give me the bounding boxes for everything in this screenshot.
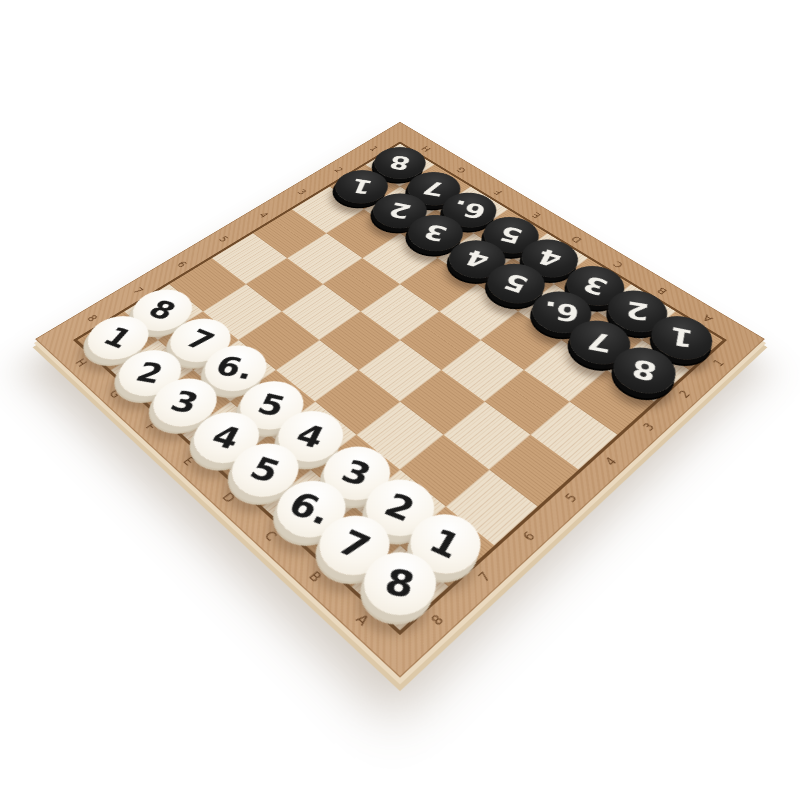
piece-number: 2	[132, 358, 167, 387]
piece-number: 5	[254, 389, 290, 421]
piece-number: 3	[166, 386, 203, 417]
piece-number: 7	[420, 177, 447, 199]
piece-number: 6.	[212, 352, 259, 383]
piece-number: 6.	[542, 297, 581, 325]
piece-number: 5	[499, 269, 532, 296]
piece-number: 1	[98, 322, 138, 352]
piece-number: 6.	[450, 197, 490, 222]
piece-number: 1	[348, 176, 376, 197]
piece-number: 5	[245, 451, 285, 487]
piece-number: 8	[381, 562, 418, 602]
piece-number: 4	[534, 245, 565, 271]
piece-number: 4	[207, 420, 245, 454]
piece-number: 8	[629, 355, 659, 385]
piece-number: 3	[420, 220, 450, 244]
piece-number: 4	[461, 246, 493, 272]
piece-number: 1	[668, 323, 696, 351]
piece-number: 2	[624, 297, 650, 324]
piece-number: 7	[333, 524, 376, 565]
piece-number: 4	[292, 419, 330, 453]
piece-number: 3	[579, 272, 612, 299]
piece-number: 1	[424, 523, 466, 564]
piece-number: 7	[585, 328, 614, 356]
checkers-board: HH11GG22FF33EE44DD55CC66BB77AA88 876.543…	[35, 122, 765, 678]
piece-number: 7	[181, 325, 220, 355]
piece-number: 5	[496, 222, 526, 246]
piece-number: 8	[387, 152, 413, 172]
piece-number: 2	[385, 199, 414, 222]
piece-number: 8	[144, 296, 182, 324]
piece-number: 3	[337, 454, 376, 490]
piece-number: 2	[379, 488, 420, 526]
